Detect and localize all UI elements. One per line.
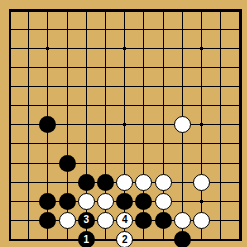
- stone-black: [59, 155, 76, 172]
- stone-white: [155, 193, 172, 210]
- stone-black: [39, 193, 56, 210]
- stone-white-move-2: 2: [116, 231, 133, 247]
- star-point: [123, 47, 126, 50]
- stone-white-move-4: 4: [116, 212, 133, 229]
- stone-black-move-1: 1: [78, 231, 95, 247]
- star-point: [46, 47, 49, 50]
- board-vline: [239, 9, 242, 241]
- star-point: [200, 47, 203, 50]
- go-board: 3412: [0, 0, 247, 247]
- board-hline: [9, 143, 242, 144]
- stone-black: [59, 193, 76, 210]
- stone-white: [116, 174, 133, 191]
- stone-black-move-3: 3: [78, 212, 95, 229]
- stone-white: [78, 193, 95, 210]
- stone-white: [135, 174, 152, 191]
- stone-black: [135, 212, 152, 229]
- star-point: [200, 123, 203, 126]
- stone-black: [39, 116, 56, 133]
- stone-black: [97, 174, 114, 191]
- board-vline: [220, 9, 221, 241]
- board-hline: [9, 163, 242, 164]
- stone-white: [193, 174, 210, 191]
- stone-white: [97, 193, 114, 210]
- stone-white: [174, 212, 191, 229]
- stone-white: [97, 212, 114, 229]
- stone-white: [174, 116, 191, 133]
- stone-black: [116, 193, 133, 210]
- stone-black: [174, 231, 191, 247]
- stone-black: [39, 212, 56, 229]
- stone-white: [59, 212, 76, 229]
- stone-black: [78, 174, 95, 191]
- star-point: [200, 200, 203, 203]
- stone-black: [155, 212, 172, 229]
- stone-black: [135, 193, 152, 210]
- star-point: [123, 123, 126, 126]
- stone-white: [155, 174, 172, 191]
- stone-white: [193, 212, 210, 229]
